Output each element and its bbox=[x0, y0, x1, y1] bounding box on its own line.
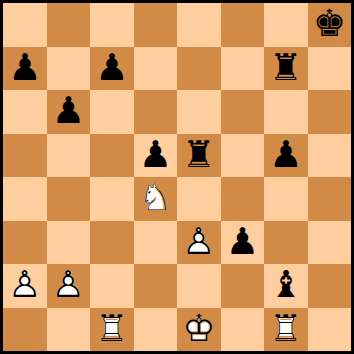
square-a3[interactable] bbox=[3, 221, 47, 265]
piece-white-pawn: ♟♙ bbox=[3, 264, 47, 308]
square-f4[interactable] bbox=[221, 177, 265, 221]
square-g5[interactable]: ♟ bbox=[264, 134, 308, 178]
square-h8[interactable]: ♚ bbox=[308, 3, 352, 47]
square-b1[interactable] bbox=[47, 308, 91, 352]
square-e4[interactable] bbox=[177, 177, 221, 221]
square-e3[interactable]: ♟♙ bbox=[177, 221, 221, 265]
square-c5[interactable] bbox=[90, 134, 134, 178]
piece-white-rook: ♜♖ bbox=[90, 308, 134, 352]
square-e7[interactable] bbox=[177, 47, 221, 91]
square-d1[interactable] bbox=[134, 308, 178, 352]
piece-black-rook: ♜ bbox=[177, 134, 221, 178]
square-c1[interactable]: ♜♖ bbox=[90, 308, 134, 352]
square-a6[interactable] bbox=[3, 90, 47, 134]
square-d4[interactable]: ♞♘ bbox=[134, 177, 178, 221]
square-h1[interactable] bbox=[308, 308, 352, 352]
square-b5[interactable] bbox=[47, 134, 91, 178]
piece-white-knight: ♞♘ bbox=[134, 177, 178, 221]
piece-white-king: ♚♔ bbox=[177, 308, 221, 352]
square-f5[interactable] bbox=[221, 134, 265, 178]
square-g4[interactable] bbox=[264, 177, 308, 221]
square-g8[interactable] bbox=[264, 3, 308, 47]
piece-black-pawn: ♟ bbox=[90, 47, 134, 91]
square-c6[interactable] bbox=[90, 90, 134, 134]
square-f6[interactable] bbox=[221, 90, 265, 134]
square-h5[interactable] bbox=[308, 134, 352, 178]
piece-black-king: ♚ bbox=[308, 3, 352, 47]
square-c3[interactable] bbox=[90, 221, 134, 265]
square-d8[interactable] bbox=[134, 3, 178, 47]
chess-board: ♚♟♟♜♟♟♜♟♞♘♟♙♟♟♙♟♙♝♜♖♚♔♜♖ bbox=[0, 0, 354, 354]
square-e5[interactable]: ♜ bbox=[177, 134, 221, 178]
square-e2[interactable] bbox=[177, 264, 221, 308]
square-f7[interactable] bbox=[221, 47, 265, 91]
square-d2[interactable] bbox=[134, 264, 178, 308]
square-h3[interactable] bbox=[308, 221, 352, 265]
square-f3[interactable]: ♟ bbox=[221, 221, 265, 265]
piece-black-pawn: ♟ bbox=[221, 221, 265, 265]
square-g2[interactable]: ♝ bbox=[264, 264, 308, 308]
square-d6[interactable] bbox=[134, 90, 178, 134]
square-h4[interactable] bbox=[308, 177, 352, 221]
square-c8[interactable] bbox=[90, 3, 134, 47]
square-e1[interactable]: ♚♔ bbox=[177, 308, 221, 352]
square-f8[interactable] bbox=[221, 3, 265, 47]
piece-white-pawn: ♟♙ bbox=[47, 264, 91, 308]
square-a1[interactable] bbox=[3, 308, 47, 352]
piece-black-pawn: ♟ bbox=[47, 90, 91, 134]
square-g3[interactable] bbox=[264, 221, 308, 265]
square-b4[interactable] bbox=[47, 177, 91, 221]
piece-black-pawn: ♟ bbox=[134, 134, 178, 178]
square-d3[interactable] bbox=[134, 221, 178, 265]
square-a5[interactable] bbox=[3, 134, 47, 178]
piece-black-rook: ♜ bbox=[264, 47, 308, 91]
piece-black-pawn: ♟ bbox=[3, 47, 47, 91]
square-c4[interactable] bbox=[90, 177, 134, 221]
square-g6[interactable] bbox=[264, 90, 308, 134]
piece-black-pawn: ♟ bbox=[264, 134, 308, 178]
square-g7[interactable]: ♜ bbox=[264, 47, 308, 91]
square-h2[interactable] bbox=[308, 264, 352, 308]
square-g1[interactable]: ♜♖ bbox=[264, 308, 308, 352]
square-h7[interactable] bbox=[308, 47, 352, 91]
chess-diagram: ♚♟♟♜♟♟♜♟♞♘♟♙♟♟♙♟♙♝♜♖♚♔♜♖ bbox=[0, 0, 354, 354]
square-b8[interactable] bbox=[47, 3, 91, 47]
square-b7[interactable] bbox=[47, 47, 91, 91]
square-c2[interactable] bbox=[90, 264, 134, 308]
square-c7[interactable]: ♟ bbox=[90, 47, 134, 91]
square-b3[interactable] bbox=[47, 221, 91, 265]
square-a4[interactable] bbox=[3, 177, 47, 221]
square-f2[interactable] bbox=[221, 264, 265, 308]
square-b6[interactable]: ♟ bbox=[47, 90, 91, 134]
square-f1[interactable] bbox=[221, 308, 265, 352]
square-a8[interactable] bbox=[3, 3, 47, 47]
square-h6[interactable] bbox=[308, 90, 352, 134]
piece-black-bishop: ♝ bbox=[264, 264, 308, 308]
square-d7[interactable] bbox=[134, 47, 178, 91]
square-a7[interactable]: ♟ bbox=[3, 47, 47, 91]
piece-white-pawn: ♟♙ bbox=[177, 221, 221, 265]
piece-white-rook: ♜♖ bbox=[264, 308, 308, 352]
square-a2[interactable]: ♟♙ bbox=[3, 264, 47, 308]
square-e8[interactable] bbox=[177, 3, 221, 47]
square-e6[interactable] bbox=[177, 90, 221, 134]
square-d5[interactable]: ♟ bbox=[134, 134, 178, 178]
square-b2[interactable]: ♟♙ bbox=[47, 264, 91, 308]
